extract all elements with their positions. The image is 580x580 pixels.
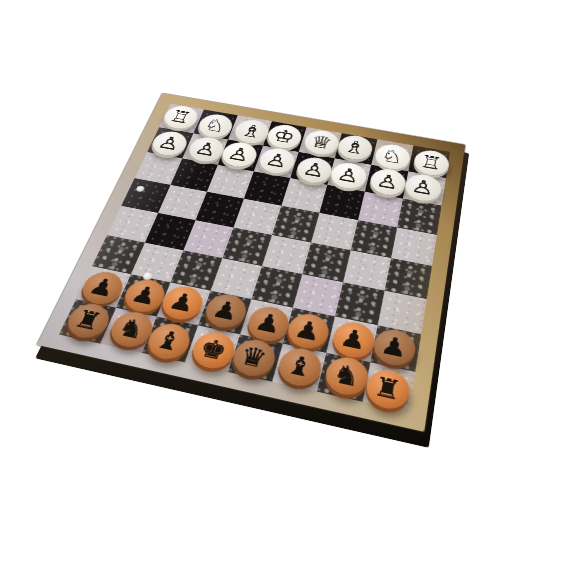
- chess-board: ♖♘♗♔♕♗♘♖♙♙♙♙♙♙♙♙♟♟♟♟♟♟♟♟♜♞♝♚♛♝♞♜: [37, 93, 465, 432]
- square-c6[interactable]: [293, 274, 343, 316]
- square-f6[interactable]: [170, 250, 222, 290]
- gold-paint-drip: [279, 267, 284, 271]
- square-b6[interactable]: [335, 282, 385, 325]
- square-c5[interactable]: [302, 243, 351, 283]
- square-b4[interactable]: [351, 220, 397, 258]
- square-d6[interactable]: [251, 266, 302, 308]
- photo-background: ♖♘♗♔♕♗♘♖♙♙♙♙♙♙♙♙♟♟♟♟♟♟♟♟♜♞♝♚♛♝♞♜: [0, 0, 580, 580]
- square-b5[interactable]: [343, 250, 391, 290]
- square-a4[interactable]: [391, 227, 437, 266]
- square-h6[interactable]: [92, 235, 145, 274]
- gold-paint-drip: [362, 264, 367, 268]
- square-a6[interactable]: [378, 291, 427, 335]
- square-h5[interactable]: [107, 206, 158, 243]
- square-d4[interactable]: [272, 206, 319, 243]
- square-a5[interactable]: [385, 258, 432, 299]
- square-c4[interactable]: [311, 213, 358, 250]
- square-e6[interactable]: [211, 258, 262, 299]
- square-d5[interactable]: [262, 235, 311, 274]
- square-g6[interactable]: [131, 243, 183, 283]
